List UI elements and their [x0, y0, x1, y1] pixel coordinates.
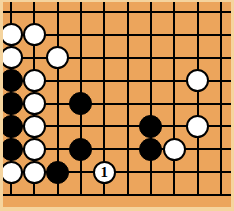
intersection [69, 69, 92, 92]
intersection [116, 46, 139, 69]
intersection [46, 92, 69, 115]
intersection [139, 2, 162, 23]
intersection [23, 46, 46, 69]
intersection [3, 92, 23, 115]
intersection [163, 138, 186, 161]
intersection [46, 138, 69, 161]
intersection [23, 184, 46, 207]
black-stone [139, 115, 162, 138]
intersection [139, 115, 162, 138]
white-stone [186, 115, 209, 138]
intersection [116, 23, 139, 46]
intersection [209, 46, 231, 69]
intersection [46, 23, 69, 46]
white-stone [163, 138, 186, 161]
intersection [139, 92, 162, 115]
intersection [209, 23, 231, 46]
marked-white-stone-move-1: 1 [93, 161, 116, 184]
white-stone [46, 46, 69, 69]
white-stone [23, 23, 46, 46]
white-stone [23, 92, 46, 115]
intersection [139, 161, 162, 184]
white-stone [23, 115, 46, 138]
black-stone [3, 69, 23, 92]
intersection [69, 184, 92, 207]
intersection [93, 184, 116, 207]
intersection [209, 115, 231, 138]
intersection [93, 138, 116, 161]
intersection [209, 184, 231, 207]
intersection [186, 46, 209, 69]
intersection [3, 2, 23, 23]
go-diagram-frame: 1 [0, 0, 234, 211]
intersection [163, 69, 186, 92]
intersection [93, 2, 116, 23]
intersection [139, 184, 162, 207]
black-stone [3, 138, 23, 161]
intersection [139, 69, 162, 92]
intersection [139, 23, 162, 46]
intersection [186, 161, 209, 184]
white-stone [23, 138, 46, 161]
intersection [186, 184, 209, 207]
black-stone [3, 115, 23, 138]
intersection [209, 138, 231, 161]
intersection [3, 115, 23, 138]
intersection [93, 92, 116, 115]
intersection [209, 161, 231, 184]
intersection [3, 161, 23, 184]
intersection [186, 138, 209, 161]
intersection [209, 2, 231, 23]
black-stone [139, 138, 162, 161]
intersection [69, 2, 92, 23]
intersection [116, 138, 139, 161]
white-stone [23, 69, 46, 92]
go-board: 1 [3, 2, 231, 207]
black-stone [46, 161, 69, 184]
intersection [163, 115, 186, 138]
black-stone [69, 138, 92, 161]
intersection [46, 46, 69, 69]
intersection [186, 23, 209, 46]
white-stone [3, 23, 23, 46]
intersection [23, 23, 46, 46]
black-stone [3, 92, 23, 115]
intersection [69, 92, 92, 115]
intersection [93, 23, 116, 46]
intersection [116, 69, 139, 92]
stones-grid: 1 [3, 2, 231, 206]
intersection [46, 2, 69, 23]
intersection [46, 115, 69, 138]
intersection [163, 2, 186, 23]
intersection [163, 184, 186, 207]
intersection [163, 46, 186, 69]
white-stone [23, 161, 46, 184]
intersection [23, 92, 46, 115]
intersection [209, 69, 231, 92]
intersection [3, 138, 23, 161]
white-stone [3, 161, 23, 184]
intersection [3, 23, 23, 46]
intersection [116, 115, 139, 138]
intersection [116, 161, 139, 184]
intersection [3, 69, 23, 92]
intersection [46, 69, 69, 92]
intersection [186, 69, 209, 92]
intersection [23, 138, 46, 161]
intersection [209, 92, 231, 115]
intersection [163, 23, 186, 46]
intersection [139, 138, 162, 161]
intersection [186, 2, 209, 23]
intersection [69, 46, 92, 69]
intersection [186, 115, 209, 138]
intersection [69, 23, 92, 46]
intersection [23, 2, 46, 23]
intersection [23, 69, 46, 92]
intersection [23, 115, 46, 138]
intersection [93, 115, 116, 138]
intersection [3, 46, 23, 69]
intersection: 1 [93, 161, 116, 184]
intersection [139, 46, 162, 69]
intersection [69, 161, 92, 184]
intersection [23, 161, 46, 184]
intersection [69, 138, 92, 161]
white-stone [186, 69, 209, 92]
intersection [3, 184, 23, 207]
intersection [93, 69, 116, 92]
intersection [93, 46, 116, 69]
intersection [46, 184, 69, 207]
intersection [69, 115, 92, 138]
intersection [116, 184, 139, 207]
intersection [116, 2, 139, 23]
intersection [163, 161, 186, 184]
black-stone [69, 92, 92, 115]
intersection [116, 92, 139, 115]
intersection [186, 92, 209, 115]
intersection [163, 92, 186, 115]
intersection [46, 161, 69, 184]
white-stone [3, 46, 23, 69]
